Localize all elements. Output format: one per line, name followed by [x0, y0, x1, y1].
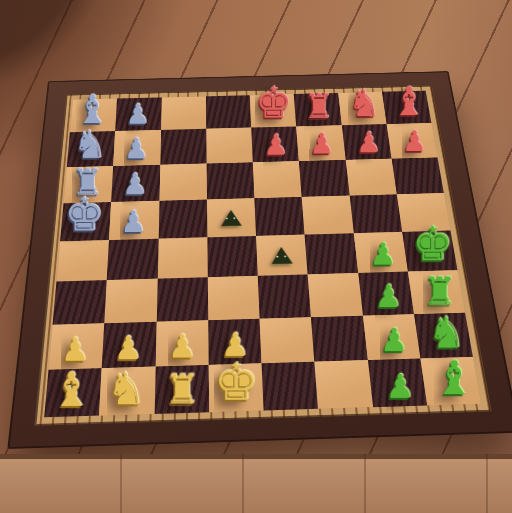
square-e6[interactable] — [253, 161, 302, 198]
square-f8[interactable]: ♜ — [294, 93, 342, 127]
token-pips: ∙ ∙ — [225, 216, 238, 221]
square-b4[interactable] — [107, 239, 158, 281]
red-king-e8[interactable]: ♚ — [255, 82, 292, 125]
square-g6[interactable] — [345, 158, 396, 195]
green-rook-h3[interactable]: ♜ — [423, 272, 456, 310]
square-e7[interactable]: ♟ — [251, 127, 299, 162]
square-f7[interactable]: ♟ — [296, 125, 345, 160]
square-a3[interactable] — [53, 280, 107, 324]
square-c7[interactable] — [160, 129, 206, 165]
blue-pawn-b8[interactable]: ♟ — [126, 100, 150, 128]
yellow-pawn-c2[interactable]: ♟ — [168, 330, 196, 362]
blue-pawn-b5[interactable]: ♟ — [121, 207, 147, 237]
board-inlay-border: ♝♟♚♜♞♝♞♟♟♟♟♟♜♟♚♟▲∙ ∙▲∙ ∙♟♚♟♜♟♟♟♟♟♞♝♞♜♚♟♝ — [34, 85, 491, 426]
square-e3[interactable] — [258, 275, 311, 319]
game-scene: ♝♟♚♜♞♝♞♟♟♟♟♟♜♟♚♟▲∙ ∙▲∙ ∙♟♚♟♜♟♟♟♟♟♞♝♞♜♚♟♝ — [0, 0, 512, 513]
yellow-rook-c1[interactable]: ♜ — [164, 369, 199, 410]
square-h6[interactable] — [391, 157, 443, 194]
square-c4[interactable] — [157, 237, 207, 279]
square-c3[interactable] — [156, 277, 208, 321]
square-e1[interactable] — [262, 361, 319, 410]
square-d3[interactable] — [208, 276, 260, 320]
square-f6[interactable] — [299, 160, 349, 197]
square-c5[interactable] — [158, 199, 207, 238]
red-pawn-h7[interactable]: ♟ — [402, 127, 427, 155]
blue-pawn-b6[interactable]: ♟ — [122, 169, 147, 198]
green-pawn-g4[interactable]: ♟ — [369, 239, 396, 270]
square-d8[interactable] — [206, 95, 252, 129]
square-d4[interactable] — [207, 236, 258, 277]
square-f4[interactable] — [305, 233, 358, 274]
square-a4[interactable] — [56, 240, 109, 282]
yellow-pawn-a2[interactable]: ♟ — [61, 333, 89, 366]
red-knight-g8[interactable]: ♞ — [348, 85, 380, 122]
square-h7[interactable]: ♟ — [386, 123, 437, 158]
triangle-token-d5[interactable]: ▲∙ ∙ — [221, 205, 242, 227]
green-bishop-h1[interactable]: ♝ — [434, 355, 475, 402]
square-a5[interactable]: ♚ — [60, 202, 111, 242]
square-c1[interactable]: ♜ — [154, 365, 209, 414]
board-frame: ♝♟♚♜♞♝♞♟♟♟♟♟♜♟♚♟▲∙ ∙▲∙ ∙♟♚♟♜♟♟♟♟♟♞♝♞♜♚♟♝ — [7, 71, 512, 449]
square-e8[interactable]: ♚ — [250, 94, 297, 128]
red-bishop-h8[interactable]: ♝ — [392, 82, 426, 121]
square-f5[interactable] — [302, 195, 354, 234]
square-e4[interactable]: ▲∙ ∙ — [256, 235, 308, 276]
square-g1[interactable]: ♟ — [367, 358, 427, 407]
square-c8[interactable] — [161, 96, 206, 130]
red-rook-f8[interactable]: ♜ — [304, 90, 333, 124]
green-pawn-g1[interactable]: ♟ — [385, 370, 414, 403]
table-edge — [0, 454, 512, 513]
square-h1[interactable]: ♝ — [420, 357, 481, 406]
green-knight-h2[interactable]: ♞ — [427, 311, 465, 354]
square-b3[interactable] — [105, 279, 158, 323]
square-h8[interactable]: ♝ — [382, 91, 432, 125]
triangle-token-e4[interactable]: ▲∙ ∙ — [270, 242, 292, 265]
yellow-pawn-b2[interactable]: ♟ — [114, 331, 142, 363]
square-g8[interactable]: ♞ — [338, 92, 387, 126]
square-e2[interactable] — [260, 317, 315, 363]
board-3d-wrapper: ♝♟♚♜♞♝♞♟♟♟♟♟♜♟♚♟▲∙ ∙▲∙ ∙♟♚♟♜♟♟♟♟♟♞♝♞♜♚♟♝ — [7, 71, 512, 449]
yellow-knight-b1[interactable]: ♞ — [107, 367, 146, 412]
square-g7[interactable]: ♟ — [341, 124, 391, 159]
yellow-bishop-a1[interactable]: ♝ — [51, 366, 92, 413]
green-pawn-g3[interactable]: ♟ — [374, 280, 401, 311]
square-b5[interactable]: ♟ — [109, 201, 159, 240]
square-g2[interactable]: ♟ — [362, 314, 420, 360]
square-h4[interactable]: ♚ — [402, 231, 458, 272]
red-pawn-e7[interactable]: ♟ — [264, 130, 289, 159]
square-c6[interactable] — [159, 163, 207, 200]
chess-board: ♝♟♚♜♞♝♞♟♟♟♟♟♜♟♚♟▲∙ ∙▲∙ ∙♟♚♟♜♟♟♟♟♟♞♝♞♜♚♟♝ — [44, 91, 481, 418]
square-e5[interactable] — [254, 197, 304, 236]
square-g5[interactable] — [349, 194, 402, 233]
token-pips: ∙ ∙ — [275, 254, 288, 260]
square-f1[interactable] — [315, 360, 373, 409]
green-king-h4[interactable]: ♚ — [412, 221, 453, 268]
blue-knight-a7[interactable]: ♞ — [73, 125, 106, 164]
square-c2[interactable]: ♟ — [155, 320, 208, 366]
square-b1[interactable]: ♞ — [99, 366, 155, 415]
square-b2[interactable]: ♟ — [102, 321, 156, 368]
red-pawn-g7[interactable]: ♟ — [356, 128, 381, 157]
red-pawn-f7[interactable]: ♟ — [310, 129, 335, 158]
square-d6[interactable] — [206, 162, 254, 199]
square-d1[interactable]: ♚ — [208, 363, 263, 412]
square-g4[interactable]: ♟ — [353, 232, 407, 273]
square-a1[interactable]: ♝ — [44, 368, 102, 417]
yellow-king-d1[interactable]: ♚ — [214, 357, 258, 408]
square-f2[interactable] — [311, 315, 367, 361]
square-b8[interactable]: ♟ — [115, 97, 161, 131]
square-d7[interactable] — [206, 128, 253, 163]
square-g3[interactable]: ♟ — [358, 272, 414, 316]
square-f3[interactable] — [308, 273, 363, 317]
blue-pawn-b7[interactable]: ♟ — [124, 134, 149, 163]
square-b6[interactable]: ♟ — [111, 164, 160, 201]
green-pawn-g2[interactable]: ♟ — [380, 324, 408, 356]
square-d5[interactable]: ▲∙ ∙ — [207, 198, 256, 237]
blue-king-a5[interactable]: ♚ — [64, 192, 104, 238]
square-b7[interactable]: ♟ — [113, 130, 160, 166]
